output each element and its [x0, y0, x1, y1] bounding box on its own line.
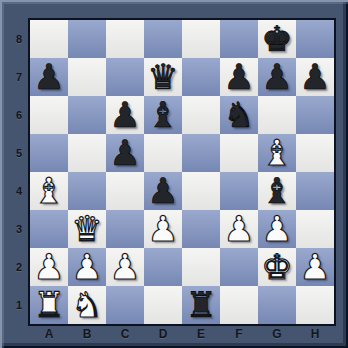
file-label-d: D	[144, 326, 182, 344]
square-e1[interactable]: ♜	[182, 286, 220, 324]
rank-label-2: 2	[0, 248, 28, 286]
black-bishop[interactable]: ♝	[258, 172, 296, 210]
square-h1[interactable]	[296, 286, 334, 324]
file-label-h: H	[296, 326, 334, 344]
square-f5[interactable]	[220, 134, 258, 172]
file-labels: ABCDEFGH	[30, 326, 334, 344]
white-knight[interactable]: ♞	[68, 286, 106, 324]
black-queen[interactable]: ♛	[144, 58, 182, 96]
file-label-g: G	[258, 326, 296, 344]
file-label-f: F	[220, 326, 258, 344]
square-a2[interactable]: ♟	[30, 248, 68, 286]
square-h2[interactable]: ♟	[296, 248, 334, 286]
square-g8[interactable]: ♚	[258, 20, 296, 58]
black-knight[interactable]: ♞	[220, 96, 258, 134]
black-pawn[interactable]: ♟	[220, 58, 258, 96]
square-c4[interactable]	[106, 172, 144, 210]
square-d2[interactable]	[144, 248, 182, 286]
square-a4[interactable]: ♝	[30, 172, 68, 210]
square-b1[interactable]: ♞	[68, 286, 106, 324]
white-pawn[interactable]: ♟	[296, 248, 334, 286]
square-g3[interactable]: ♟	[258, 210, 296, 248]
square-h5[interactable]	[296, 134, 334, 172]
white-pawn[interactable]: ♟	[220, 210, 258, 248]
file-label-a: A	[30, 326, 68, 344]
square-f2[interactable]	[220, 248, 258, 286]
black-pawn[interactable]: ♟	[144, 172, 182, 210]
square-e4[interactable]	[182, 172, 220, 210]
square-e6[interactable]	[182, 96, 220, 134]
square-h4[interactable]	[296, 172, 334, 210]
square-b8[interactable]	[68, 20, 106, 58]
file-label-b: B	[68, 326, 106, 344]
square-c7[interactable]	[106, 58, 144, 96]
square-b4[interactable]	[68, 172, 106, 210]
black-pawn[interactable]: ♟	[296, 58, 334, 96]
square-h7[interactable]: ♟	[296, 58, 334, 96]
chess-board: ♚♟♛♟♟♟♟♝♞♟♝♝♟♝♛♟♟♟♟♟♟♚♟♜♞♜	[28, 18, 336, 326]
square-c1[interactable]	[106, 286, 144, 324]
square-e7[interactable]	[182, 58, 220, 96]
black-bishop[interactable]: ♝	[144, 96, 182, 134]
square-f1[interactable]	[220, 286, 258, 324]
square-h6[interactable]	[296, 96, 334, 134]
square-e2[interactable]	[182, 248, 220, 286]
square-b6[interactable]	[68, 96, 106, 134]
square-a8[interactable]	[30, 20, 68, 58]
square-f8[interactable]	[220, 20, 258, 58]
square-c6[interactable]: ♟	[106, 96, 144, 134]
square-d7[interactable]: ♛	[144, 58, 182, 96]
square-g4[interactable]: ♝	[258, 172, 296, 210]
black-rook[interactable]: ♜	[182, 286, 220, 324]
white-pawn[interactable]: ♟	[68, 248, 106, 286]
white-pawn[interactable]: ♟	[106, 248, 144, 286]
rank-label-3: 3	[0, 210, 28, 248]
square-f4[interactable]	[220, 172, 258, 210]
square-b3[interactable]: ♛	[68, 210, 106, 248]
board-frame: 87654321 ♚♟♛♟♟♟♟♝♞♟♝♝♟♝♛♟♟♟♟♟♟♚♟♜♞♜ ABCD…	[0, 0, 348, 348]
white-bishop[interactable]: ♝	[258, 134, 296, 172]
black-pawn[interactable]: ♟	[30, 58, 68, 96]
square-e8[interactable]	[182, 20, 220, 58]
square-f7[interactable]: ♟	[220, 58, 258, 96]
square-e5[interactable]	[182, 134, 220, 172]
square-c8[interactable]	[106, 20, 144, 58]
square-a3[interactable]	[30, 210, 68, 248]
file-label-c: C	[106, 326, 144, 344]
square-f6[interactable]: ♞	[220, 96, 258, 134]
square-a5[interactable]	[30, 134, 68, 172]
square-c2[interactable]: ♟	[106, 248, 144, 286]
square-d3[interactable]: ♟	[144, 210, 182, 248]
white-pawn[interactable]: ♟	[30, 248, 68, 286]
white-bishop[interactable]: ♝	[30, 172, 68, 210]
rank-label-6: 6	[0, 96, 28, 134]
white-pawn[interactable]: ♟	[258, 210, 296, 248]
square-a7[interactable]: ♟	[30, 58, 68, 96]
rank-label-8: 8	[0, 20, 28, 58]
black-pawn[interactable]: ♟	[106, 134, 144, 172]
square-d1[interactable]	[144, 286, 182, 324]
white-rook[interactable]: ♜	[30, 286, 68, 324]
square-b5[interactable]	[68, 134, 106, 172]
square-b2[interactable]: ♟	[68, 248, 106, 286]
rank-label-4: 4	[0, 172, 28, 210]
white-king[interactable]: ♚	[258, 248, 296, 286]
black-pawn[interactable]: ♟	[258, 58, 296, 96]
square-f3[interactable]: ♟	[220, 210, 258, 248]
square-c3[interactable]	[106, 210, 144, 248]
square-d8[interactable]	[144, 20, 182, 58]
black-king[interactable]: ♚	[258, 20, 296, 58]
square-g1[interactable]	[258, 286, 296, 324]
square-d4[interactable]: ♟	[144, 172, 182, 210]
square-a6[interactable]	[30, 96, 68, 134]
black-pawn[interactable]: ♟	[106, 96, 144, 134]
square-g6[interactable]	[258, 96, 296, 134]
square-g5[interactable]: ♝	[258, 134, 296, 172]
square-d6[interactable]: ♝	[144, 96, 182, 134]
file-label-e: E	[182, 326, 220, 344]
square-a1[interactable]: ♜	[30, 286, 68, 324]
white-queen[interactable]: ♛	[68, 210, 106, 248]
white-pawn[interactable]: ♟	[144, 210, 182, 248]
square-h8[interactable]	[296, 20, 334, 58]
rank-label-5: 5	[0, 134, 28, 172]
square-g2[interactable]: ♚	[258, 248, 296, 286]
square-h3[interactable]	[296, 210, 334, 248]
square-e3[interactable]	[182, 210, 220, 248]
square-d5[interactable]	[144, 134, 182, 172]
rank-label-1: 1	[0, 286, 28, 324]
square-b7[interactable]	[68, 58, 106, 96]
rank-label-7: 7	[0, 58, 28, 96]
square-g7[interactable]: ♟	[258, 58, 296, 96]
square-c5[interactable]: ♟	[106, 134, 144, 172]
rank-labels: 87654321	[0, 20, 28, 324]
